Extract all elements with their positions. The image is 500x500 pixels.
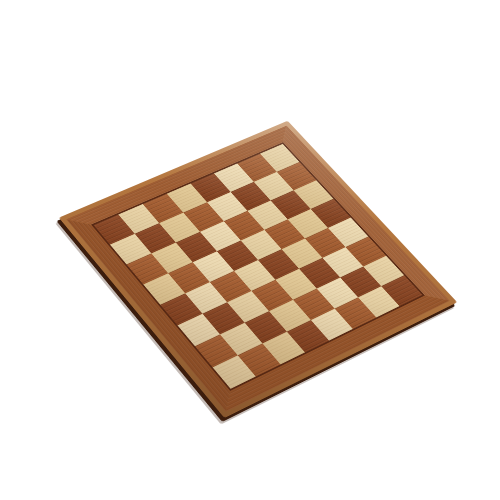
board-squares xyxy=(94,144,423,389)
chess-board xyxy=(59,121,457,418)
board-field xyxy=(91,142,425,391)
background xyxy=(0,0,500,500)
board-stage xyxy=(87,89,429,431)
board-perspective-wrapper xyxy=(87,89,429,431)
